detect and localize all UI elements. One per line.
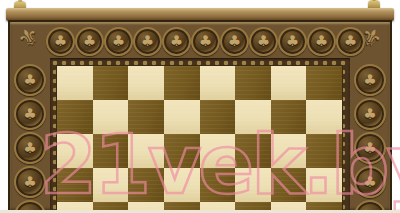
medallion-icon: ♣ xyxy=(220,27,249,56)
trefoil-icon: ♣ xyxy=(257,34,270,49)
chessboard-photo: ⚜ ⚜ ♣♣♣♣♣♣♣♣♣♣♣ ♣♣♣♣♣ ♣♣♣♣♣ 21vek.by xyxy=(0,0,400,213)
medallion-icon: ♣ xyxy=(14,98,46,130)
frame-right-medallions: ♣♣♣♣♣ xyxy=(352,64,388,211)
frame-top-medallions: ♣♣♣♣♣♣♣♣♣♣♣ xyxy=(46,25,354,57)
medallion-icon: ♣ xyxy=(336,27,365,56)
board-square xyxy=(164,168,200,202)
board-square xyxy=(200,66,236,100)
board-square xyxy=(57,100,93,134)
board-square xyxy=(164,134,200,168)
trefoil-icon: ♣ xyxy=(199,34,212,49)
trefoil-icon: ♣ xyxy=(23,73,36,88)
photo-bottom-edge xyxy=(0,210,400,213)
trefoil-icon: ♣ xyxy=(23,107,36,122)
medallion-icon: ♣ xyxy=(249,27,278,56)
medallion-icon: ♣ xyxy=(162,27,191,56)
medallion-icon: ♣ xyxy=(307,27,336,56)
trefoil-icon: ♣ xyxy=(363,175,376,190)
medallion-icon: ♣ xyxy=(14,166,46,198)
medallion-icon: ♣ xyxy=(354,132,386,164)
trefoil-icon: ♣ xyxy=(112,34,125,49)
board-square xyxy=(235,134,271,168)
trefoil-icon: ♣ xyxy=(363,107,376,122)
board-square xyxy=(306,168,342,202)
board-square xyxy=(271,134,307,168)
trefoil-icon: ♣ xyxy=(228,34,241,49)
trefoil-icon: ♣ xyxy=(344,34,357,49)
board-square xyxy=(93,134,129,168)
board-square xyxy=(235,100,271,134)
trefoil-icon: ♣ xyxy=(23,175,36,190)
medallion-icon: ♣ xyxy=(75,27,104,56)
board-square xyxy=(128,168,164,202)
medallion-icon: ♣ xyxy=(278,27,307,56)
trefoil-icon: ♣ xyxy=(315,34,328,49)
medallion-icon: ♣ xyxy=(354,98,386,130)
board-square xyxy=(200,134,236,168)
frame-left-medallions: ♣♣♣♣♣ xyxy=(12,64,48,211)
board-square xyxy=(164,66,200,100)
medallion-icon: ♣ xyxy=(354,64,386,96)
medallion-icon: ♣ xyxy=(104,27,133,56)
board-square xyxy=(235,66,271,100)
board-square xyxy=(271,100,307,134)
board-square xyxy=(306,66,342,100)
medallion-icon: ♣ xyxy=(354,166,386,198)
trefoil-icon: ♣ xyxy=(23,141,36,156)
board-square xyxy=(57,134,93,168)
medallion-icon: ♣ xyxy=(14,132,46,164)
board-square xyxy=(271,66,307,100)
trefoil-icon: ♣ xyxy=(83,34,96,49)
board-square xyxy=(306,134,342,168)
board-square xyxy=(128,100,164,134)
trefoil-icon: ♣ xyxy=(170,34,183,49)
trefoil-icon: ♣ xyxy=(54,34,67,49)
board-square xyxy=(306,100,342,134)
medallion-icon: ♣ xyxy=(191,27,220,56)
board-square xyxy=(93,100,129,134)
board-square xyxy=(57,66,93,100)
board-square xyxy=(271,168,307,202)
medallion-icon: ♣ xyxy=(133,27,162,56)
board-square xyxy=(235,168,271,202)
board-square xyxy=(200,168,236,202)
board-square xyxy=(200,100,236,134)
medallion-icon: ♣ xyxy=(14,64,46,96)
trefoil-icon: ♣ xyxy=(286,34,299,49)
trefoil-icon: ♣ xyxy=(363,141,376,156)
trefoil-icon: ♣ xyxy=(141,34,154,49)
board-square xyxy=(93,66,129,100)
trefoil-icon: ♣ xyxy=(363,73,376,88)
board-square xyxy=(164,100,200,134)
board-square xyxy=(93,168,129,202)
board-square xyxy=(128,66,164,100)
fleur-de-lis-icon: ⚜ xyxy=(14,22,44,53)
chess-board xyxy=(57,66,342,213)
board-square xyxy=(57,168,93,202)
board-square xyxy=(128,134,164,168)
medallion-icon: ♣ xyxy=(46,27,75,56)
